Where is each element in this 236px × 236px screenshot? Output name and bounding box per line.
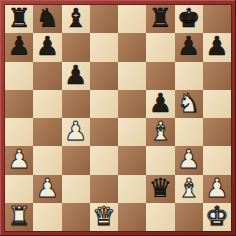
square-f1[interactable]	[146, 203, 174, 231]
square-c5[interactable]	[62, 90, 90, 118]
square-h2[interactable]: ♟	[203, 175, 231, 203]
piece-white-rook-a1[interactable]: ♜	[7, 203, 30, 229]
square-c6[interactable]: ♟	[62, 62, 90, 90]
square-f7[interactable]	[146, 33, 174, 61]
square-e5[interactable]	[118, 90, 146, 118]
square-b8[interactable]: ♞	[33, 5, 61, 33]
piece-black-pawn-c6[interactable]: ♟	[64, 62, 87, 88]
square-f3[interactable]	[146, 146, 174, 174]
square-d8[interactable]	[90, 5, 118, 33]
square-b1[interactable]	[33, 203, 61, 231]
piece-black-pawn-f5[interactable]: ♟	[149, 90, 172, 116]
piece-white-bishop-g2[interactable]: ♝	[177, 175, 200, 201]
square-h6[interactable]	[203, 62, 231, 90]
square-c3[interactable]	[62, 146, 90, 174]
square-g6[interactable]	[175, 62, 203, 90]
square-a5[interactable]	[5, 90, 33, 118]
square-g1[interactable]	[175, 203, 203, 231]
piece-white-knight-g5[interactable]: ♞	[177, 90, 200, 116]
square-d1[interactable]: ♛	[90, 203, 118, 231]
square-h5[interactable]	[203, 90, 231, 118]
square-h4[interactable]	[203, 118, 231, 146]
square-g2[interactable]: ♝	[175, 175, 203, 203]
square-f5[interactable]: ♟	[146, 90, 174, 118]
square-h1[interactable]: ♚	[203, 203, 231, 231]
square-a7[interactable]: ♟	[5, 33, 33, 61]
square-e2[interactable]	[118, 175, 146, 203]
square-h8[interactable]	[203, 5, 231, 33]
square-c1[interactable]	[62, 203, 90, 231]
square-g7[interactable]: ♟	[175, 33, 203, 61]
square-c7[interactable]	[62, 33, 90, 61]
piece-black-pawn-a7[interactable]: ♟	[7, 33, 30, 59]
piece-black-pawn-g7[interactable]: ♟	[177, 33, 200, 59]
square-b5[interactable]	[33, 90, 61, 118]
square-a6[interactable]	[5, 62, 33, 90]
piece-white-king-h1[interactable]: ♚	[205, 203, 228, 229]
square-g8[interactable]: ♚	[175, 5, 203, 33]
square-f4[interactable]: ♝	[146, 118, 174, 146]
square-a2[interactable]	[5, 175, 33, 203]
square-e7[interactable]	[118, 33, 146, 61]
square-a4[interactable]	[5, 118, 33, 146]
square-d6[interactable]	[90, 62, 118, 90]
square-c4[interactable]: ♟	[62, 118, 90, 146]
square-b7[interactable]: ♟	[33, 33, 61, 61]
square-f2[interactable]: ♛	[146, 175, 174, 203]
square-c2[interactable]	[62, 175, 90, 203]
square-a1[interactable]: ♜	[5, 203, 33, 231]
square-h3[interactable]	[203, 146, 231, 174]
square-a8[interactable]: ♜	[5, 5, 33, 33]
piece-white-pawn-c4[interactable]: ♟	[64, 118, 87, 144]
square-g5[interactable]: ♞	[175, 90, 203, 118]
square-d7[interactable]	[90, 33, 118, 61]
square-b2[interactable]: ♟	[33, 175, 61, 203]
square-e8[interactable]	[118, 5, 146, 33]
square-a3[interactable]: ♟	[5, 146, 33, 174]
square-d5[interactable]	[90, 90, 118, 118]
piece-black-queen-f2[interactable]: ♛	[149, 175, 172, 201]
piece-white-bishop-f4[interactable]: ♝	[149, 118, 172, 144]
piece-black-pawn-b7[interactable]: ♟	[36, 33, 59, 59]
piece-black-rook-f8[interactable]: ♜	[149, 5, 172, 31]
square-b6[interactable]	[33, 62, 61, 90]
piece-white-pawn-h2[interactable]: ♟	[205, 175, 228, 201]
square-b3[interactable]	[33, 146, 61, 174]
piece-black-bishop-c8[interactable]: ♝	[64, 5, 87, 31]
square-d3[interactable]	[90, 146, 118, 174]
piece-black-knight-b8[interactable]: ♞	[36, 5, 59, 31]
square-e6[interactable]	[118, 62, 146, 90]
square-e3[interactable]	[118, 146, 146, 174]
piece-black-king-g8[interactable]: ♚	[177, 5, 200, 31]
square-c8[interactable]: ♝	[62, 5, 90, 33]
piece-white-pawn-b2[interactable]: ♟	[36, 175, 59, 201]
square-f8[interactable]: ♜	[146, 5, 174, 33]
piece-white-queen-d1[interactable]: ♛	[92, 203, 115, 229]
square-g3[interactable]: ♟	[175, 146, 203, 174]
board-frame: ♜♞♝♜♚♟♟♟♟♟♟♞♟♝♟♟♟♛♝♟♜♛♚	[0, 0, 236, 236]
square-h7[interactable]: ♟	[203, 33, 231, 61]
square-d4[interactable]	[90, 118, 118, 146]
chess-app: ♜♞♝♜♚♟♟♟♟♟♟♞♟♝♟♟♟♛♝♟♜♛♚	[0, 0, 236, 236]
piece-black-pawn-h7[interactable]: ♟	[205, 33, 228, 59]
square-d2[interactable]	[90, 175, 118, 203]
square-b4[interactable]	[33, 118, 61, 146]
piece-black-rook-a8[interactable]: ♜	[7, 5, 30, 31]
piece-white-pawn-a3[interactable]: ♟	[7, 146, 30, 172]
square-e4[interactable]	[118, 118, 146, 146]
piece-white-pawn-g3[interactable]: ♟	[177, 146, 200, 172]
square-e1[interactable]	[118, 203, 146, 231]
chess-board: ♜♞♝♜♚♟♟♟♟♟♟♞♟♝♟♟♟♛♝♟♜♛♚	[5, 5, 231, 231]
square-f6[interactable]	[146, 62, 174, 90]
square-g4[interactable]	[175, 118, 203, 146]
